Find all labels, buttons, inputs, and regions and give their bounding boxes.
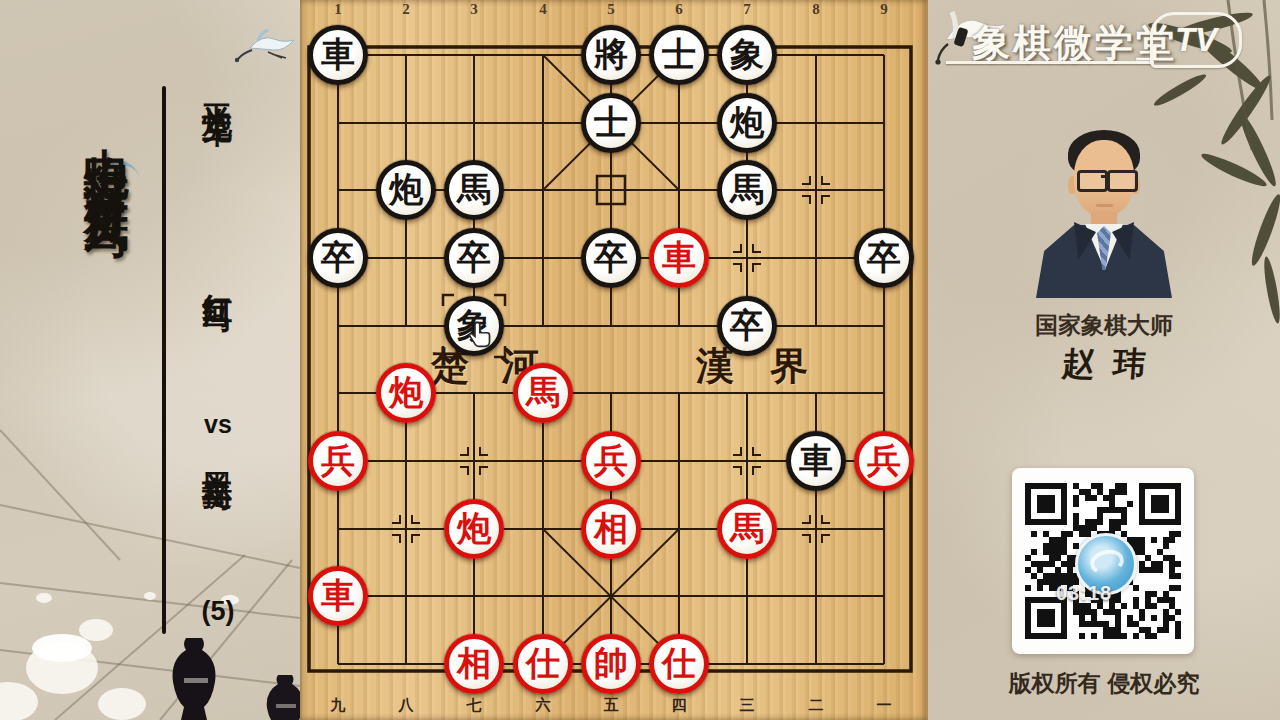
piece-black-chariot-f8r6[interactable]: 車 xyxy=(786,431,846,491)
piece-red-chariot-f1r8[interactable]: 車 xyxy=(308,566,368,626)
piece-black-pawn-f1r3[interactable]: 卒 xyxy=(308,228,368,288)
piece-black-advisor-f5r1[interactable]: 士 xyxy=(581,93,641,153)
piece-red-elephant-f5r7[interactable]: 相 xyxy=(581,499,641,559)
master-portrait-photo xyxy=(1028,128,1180,298)
piece-red-pawn-f1r6[interactable]: 兵 xyxy=(308,431,368,491)
piece-black-pawn-f3r3[interactable]: 卒 xyxy=(444,228,504,288)
logo-underline xyxy=(946,61,1154,64)
mouse-hand-cursor xyxy=(466,320,496,354)
piece-black-chariot-f1r0[interactable]: 車 xyxy=(308,25,368,85)
file-label-top-5: 5 xyxy=(598,1,624,18)
file-label-bottom-三: 三 xyxy=(734,696,760,715)
subtitle-red-line: 红河口马 xyxy=(196,270,237,286)
file-label-top-6: 6 xyxy=(666,1,692,18)
piece-black-general-f5r0[interactable]: 將 xyxy=(581,25,641,85)
file-label-bottom-五: 五 xyxy=(598,696,624,715)
file-label-top-9: 9 xyxy=(871,1,897,18)
qr-code xyxy=(1012,468,1194,654)
file-label-bottom-六: 六 xyxy=(530,696,556,715)
piece-red-chariot-f6r3[interactable]: 車 xyxy=(649,228,709,288)
piece-black-pawn-f7r4[interactable]: 卒 xyxy=(717,296,777,356)
file-label-bottom-八: 八 xyxy=(393,696,419,715)
piece-red-cannon-f2r5[interactable]: 炮 xyxy=(376,363,436,423)
piece-red-advisor-f4r9[interactable]: 仕 xyxy=(513,634,573,694)
piece-black-pawn-f5r3[interactable]: 卒 xyxy=(581,228,641,288)
piece-red-horse-f4r5[interactable]: 馬 xyxy=(513,363,573,423)
stone-path-decoration xyxy=(0,0,300,720)
video-frame: 中炮过河车对屏风马 平炮兑车 红河口马 vs 黑车捉马 (5) xyxy=(0,0,1280,720)
tv-logo-badge: TV xyxy=(1150,12,1242,68)
right-panel: 象棋微学堂 TV 国家象棋大师 赵玮 03:18 版权所有 侵权必究 xyxy=(928,0,1280,720)
subtitle-vs: vs xyxy=(198,410,238,439)
video-timestamp: 03:18 xyxy=(1056,582,1112,605)
copyright-notice: 版权所有 侵权必究 xyxy=(988,668,1220,699)
piece-red-pawn-f9r6[interactable]: 兵 xyxy=(854,431,914,491)
piece-red-horse-f7r7[interactable]: 馬 xyxy=(717,499,777,559)
piece-red-elephant-f3r9[interactable]: 相 xyxy=(444,634,504,694)
piece-black-cannon-f2r2[interactable]: 炮 xyxy=(376,160,436,220)
file-label-bottom-二: 二 xyxy=(803,696,829,715)
left-panel: 中炮过河车对屏风马 平炮兑车 红河口马 vs 黑车捉马 (5) xyxy=(0,0,300,720)
piece-red-pawn-f5r6[interactable]: 兵 xyxy=(581,431,641,491)
file-label-top-3: 3 xyxy=(461,1,487,18)
piece-black-advisor-f6r0[interactable]: 士 xyxy=(649,25,709,85)
piece-red-advisor-f6r9[interactable]: 仕 xyxy=(649,634,709,694)
subtitle-black-line: 黑车捉马 xyxy=(196,448,237,464)
piece-black-elephant-f7r0[interactable]: 象 xyxy=(717,25,777,85)
xiangqi-board[interactable]: 123456789 九八七六五四三二一 楚河 漢界 車將士象士炮炮馬馬卒卒卒卒象… xyxy=(300,0,928,720)
piece-black-pawn-f9r3[interactable]: 卒 xyxy=(854,228,914,288)
file-label-top-1: 1 xyxy=(325,1,351,18)
piece-black-horse-f7r2[interactable]: 馬 xyxy=(717,160,777,220)
file-label-bottom-四: 四 xyxy=(666,696,692,715)
file-label-bottom-九: 九 xyxy=(325,696,351,715)
piece-red-general-f5r9[interactable]: 帥 xyxy=(581,634,641,694)
piece-black-horse-f3r2[interactable]: 馬 xyxy=(444,160,504,220)
file-label-top-7: 7 xyxy=(734,1,760,18)
master-name: 赵玮 xyxy=(996,342,1211,387)
crane-icon-left xyxy=(235,30,294,62)
file-label-top-8: 8 xyxy=(803,1,829,18)
glasses-icon xyxy=(1077,170,1108,192)
file-label-bottom-一: 一 xyxy=(871,696,897,715)
title-divider-line xyxy=(162,86,166,634)
river-text-han-jie: 漢界 xyxy=(696,341,844,383)
piece-red-cannon-f3r7[interactable]: 炮 xyxy=(444,499,504,559)
file-label-bottom-七: 七 xyxy=(461,696,487,715)
episode-main-title: 中炮过河车对屏风马 xyxy=(76,112,136,617)
master-title-label: 国家象棋大师 xyxy=(998,310,1210,341)
subtitle-episode-number: (5) xyxy=(188,596,248,627)
piece-black-cannon-f7r1[interactable]: 炮 xyxy=(717,93,777,153)
file-label-top-2: 2 xyxy=(393,1,419,18)
file-label-top-4: 4 xyxy=(530,1,556,18)
subtitle-opening: 平炮兑车 xyxy=(196,80,237,96)
